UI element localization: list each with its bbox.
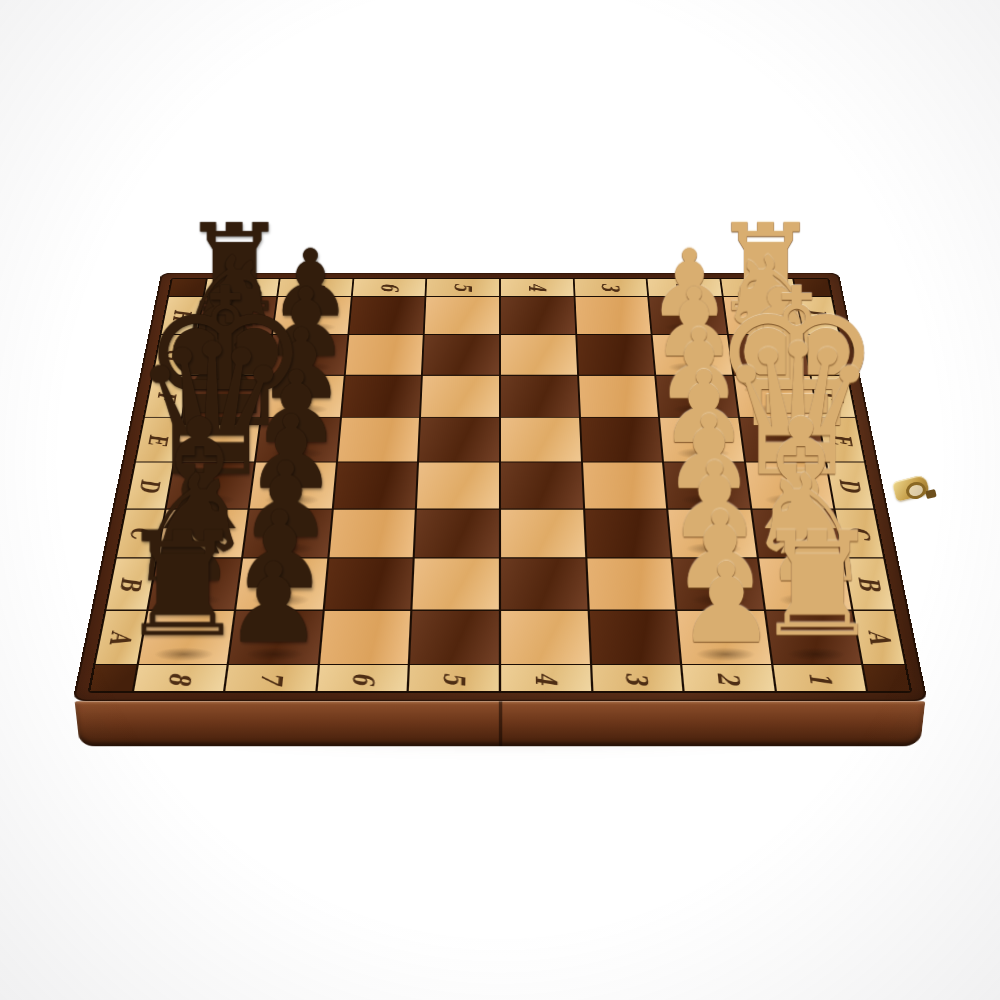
square-g4[interactable] [501, 335, 577, 374]
board-corner [864, 666, 910, 692]
square-a7[interactable]: ♟ [229, 611, 322, 664]
coord-cell-bottom-7: 7 [226, 666, 318, 692]
chess-set-scene: 87654321H♜♟♟♜HG♞♟♟♞GF♝♟♟♝FE♚♟♟♚ED♛♟♟♛DC♝… [122, 84, 878, 840]
square-f4[interactable] [501, 376, 579, 417]
square-a1[interactable]: ♜ [766, 611, 862, 664]
white-rook-a1[interactable]: ♜ [734, 518, 900, 662]
coord-label-bottom-2: 2 [713, 672, 744, 685]
square-d5[interactable] [417, 463, 499, 509]
square-c5[interactable] [415, 509, 499, 557]
coord-label-bottom-4: 4 [531, 672, 560, 685]
coord-label-bottom-6: 6 [348, 672, 378, 685]
coord-label-bottom-5: 5 [440, 672, 469, 685]
box-front-face [75, 701, 926, 746]
square-e4[interactable] [501, 418, 581, 461]
product-photo-page: { "game": "chess", "scene": { "style": "… [0, 0, 1000, 1000]
coord-cell-top-5: 5 [427, 279, 499, 296]
coord-label-top-6: 6 [377, 283, 401, 291]
square-f5[interactable] [421, 376, 499, 417]
square-h5[interactable] [425, 297, 499, 335]
square-g5[interactable] [423, 335, 499, 374]
coord-cell-bottom-3: 3 [592, 666, 683, 692]
black-pawn-a7[interactable]: ♟ [190, 551, 356, 662]
square-a4[interactable] [501, 611, 589, 664]
coord-cell-bottom-4: 4 [501, 666, 591, 692]
coord-cell-bottom-5: 5 [409, 666, 499, 692]
square-d4[interactable] [501, 463, 583, 509]
coord-cell-bottom-8: 8 [134, 666, 227, 692]
square-h4[interactable] [501, 297, 575, 335]
square-a5[interactable] [410, 611, 498, 664]
coord-label-top-5: 5 [451, 283, 475, 291]
coord-cell-bottom-1: 1 [773, 666, 866, 692]
coord-label-bottom-7: 7 [256, 672, 287, 685]
coord-label-top-4: 4 [525, 283, 549, 291]
coord-cell-top-4: 4 [501, 279, 573, 296]
coord-label-bottom-1: 1 [804, 672, 835, 685]
square-b4[interactable] [501, 559, 587, 610]
box-front-seam [498, 701, 501, 746]
board-corner [90, 666, 136, 692]
coord-label-bottom-3: 3 [622, 672, 652, 685]
coord-cell-bottom-2: 2 [683, 666, 775, 692]
chess-board: 87654321H♜♟♟♜HG♞♟♟♞GF♝♟♟♝FE♚♟♟♚ED♛♟♟♛DC♝… [72, 273, 927, 702]
square-c4[interactable] [501, 509, 585, 557]
coord-label-bottom-8: 8 [165, 672, 196, 685]
coord-cell-bottom-6: 6 [317, 666, 408, 692]
square-e5[interactable] [419, 418, 499, 461]
square-b5[interactable] [413, 559, 499, 610]
brass-clasp-icon [886, 466, 946, 522]
